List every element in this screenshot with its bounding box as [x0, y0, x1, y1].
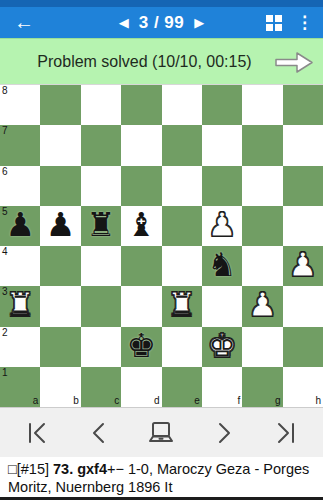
square-g2[interactable]	[242, 327, 282, 367]
square-c7[interactable]	[81, 125, 121, 165]
square-f7[interactable]	[202, 125, 242, 165]
square-h4[interactable]: ♟	[283, 246, 323, 286]
square-a7[interactable]: 7	[0, 125, 40, 165]
square-b1[interactable]: b	[40, 367, 80, 407]
black-knight-f4: ♞	[202, 245, 242, 285]
square-e8[interactable]	[162, 85, 202, 125]
square-g4[interactable]	[242, 246, 282, 286]
android-status-bar	[0, 0, 323, 7]
square-a8[interactable]: 8	[0, 85, 40, 125]
white-rook-a3: ♜	[0, 286, 40, 326]
black-pawn-a5: ♟	[0, 205, 40, 245]
square-g3[interactable]: ♟	[242, 286, 282, 326]
rank-label-6: 6	[2, 167, 8, 177]
file-label-c: c	[114, 396, 119, 406]
puzzle-counter: 3 / 99	[139, 13, 185, 33]
next-problem-arrow-icon[interactable]	[273, 50, 315, 79]
square-a6[interactable]: 6	[0, 166, 40, 206]
square-d1[interactable]: d	[121, 367, 161, 407]
square-a5[interactable]: 5♟	[0, 206, 40, 246]
puzzle-grid-icon[interactable]	[266, 15, 282, 31]
previous-puzzle-icon[interactable]: ◀	[119, 7, 129, 38]
rank-label-8: 8	[2, 86, 8, 96]
square-c4[interactable]	[81, 246, 121, 286]
square-e4[interactable]	[162, 246, 202, 286]
game-caption: □[#15]73. gxf4+−1-0, Maroczy Geza - Porg…	[0, 457, 323, 500]
square-d2[interactable]: ♚	[121, 327, 161, 367]
evaluation-symbol: +−	[107, 461, 124, 477]
square-f6[interactable]	[202, 166, 242, 206]
black-bishop-d5: ♝	[121, 205, 161, 245]
rank-label-7: 7	[2, 126, 8, 136]
square-d6[interactable]	[121, 166, 161, 206]
square-g5[interactable]	[242, 206, 282, 246]
rank-label-4: 4	[2, 247, 8, 257]
file-label-d: d	[154, 396, 160, 406]
square-d8[interactable]	[121, 85, 161, 125]
white-pawn-g3: ♟	[242, 286, 282, 326]
square-c3[interactable]	[81, 286, 121, 326]
square-f4[interactable]: ♞	[202, 246, 242, 286]
square-h7[interactable]	[283, 125, 323, 165]
white-king-f2: ♚	[202, 326, 242, 366]
next-puzzle-icon[interactable]: ▶	[194, 7, 204, 38]
go-to-start-button[interactable]	[20, 417, 54, 449]
rank-label-1: 1	[2, 368, 8, 378]
square-h8[interactable]	[283, 85, 323, 125]
square-h3[interactable]	[283, 286, 323, 326]
square-a3[interactable]: 3♜	[0, 286, 40, 326]
square-b3[interactable]	[40, 286, 80, 326]
square-a4[interactable]: 4	[0, 246, 40, 286]
go-to-end-button[interactable]	[269, 417, 303, 449]
black-pawn-b5: ♟	[40, 205, 80, 245]
file-label-a: a	[33, 396, 39, 406]
square-c1[interactable]: c	[81, 367, 121, 407]
file-label-f: f	[237, 396, 240, 406]
square-d5[interactable]: ♝	[121, 206, 161, 246]
square-e2[interactable]	[162, 327, 202, 367]
file-label-b: b	[73, 396, 79, 406]
overflow-menu-icon[interactable]: ⋮	[296, 15, 313, 31]
app-bar: ← ◀ 3 / 99 ▶ ⋮	[0, 7, 323, 38]
square-b5[interactable]: ♟	[40, 206, 80, 246]
back-arrow-icon[interactable]: ←	[0, 7, 48, 38]
chess-board: 8765♟♟♜♝♟4♞♟3♜♜♟2♚♚1abcdefgh	[0, 84, 323, 407]
side-to-move-symbol: □	[8, 461, 17, 477]
square-h5[interactable]	[283, 206, 323, 246]
app-bar-actions: ⋮	[266, 15, 323, 31]
square-b4[interactable]	[40, 246, 80, 286]
file-label-g: g	[275, 396, 281, 406]
solution-move: 73. gxf4	[53, 461, 107, 477]
square-b8[interactable]	[40, 85, 80, 125]
square-e6[interactable]	[162, 166, 202, 206]
square-f5[interactable]: ♟	[202, 206, 242, 246]
square-e7[interactable]	[162, 125, 202, 165]
step-forward-button[interactable]	[207, 417, 241, 449]
file-label-h: h	[315, 396, 321, 406]
square-c2[interactable]	[81, 327, 121, 367]
square-e1[interactable]: e	[162, 367, 202, 407]
square-d7[interactable]	[121, 125, 161, 165]
square-g7[interactable]	[242, 125, 282, 165]
white-rook-e3: ♜	[162, 286, 202, 326]
square-h1[interactable]: h	[283, 367, 323, 407]
square-g1[interactable]: g	[242, 367, 282, 407]
square-g6[interactable]	[242, 166, 282, 206]
square-f8[interactable]	[202, 85, 242, 125]
black-rook-c5: ♜	[81, 205, 121, 245]
square-d3[interactable]	[121, 286, 161, 326]
square-c6[interactable]	[81, 166, 121, 206]
square-e3[interactable]: ♜	[162, 286, 202, 326]
white-pawn-h4: ♟	[283, 245, 323, 285]
square-c8[interactable]	[81, 85, 121, 125]
status-banner: Problem solved (10/10, 00:15)	[0, 38, 323, 84]
status-banner-text: Problem solved (10/10, 00:15)	[37, 53, 251, 71]
square-h6[interactable]	[283, 166, 323, 206]
square-b7[interactable]	[40, 125, 80, 165]
square-h2[interactable]	[283, 327, 323, 367]
square-b6[interactable]	[40, 166, 80, 206]
square-g8[interactable]	[242, 85, 282, 125]
file-label-e: e	[194, 396, 200, 406]
square-f1[interactable]: f	[202, 367, 242, 407]
square-f2[interactable]: ♚	[202, 327, 242, 367]
rank-label-2: 2	[2, 328, 8, 338]
problem-ref: [#15]	[17, 461, 49, 477]
square-a1[interactable]: 1a	[0, 367, 40, 407]
square-b2[interactable]	[40, 327, 80, 367]
square-f3[interactable]	[202, 286, 242, 326]
square-a2[interactable]: 2	[0, 327, 40, 367]
square-e5[interactable]	[162, 206, 202, 246]
white-pawn-f5: ♟	[202, 205, 242, 245]
square-d4[interactable]	[121, 246, 161, 286]
move-nav-bar	[0, 407, 323, 457]
analysis-board-button[interactable]	[144, 417, 178, 449]
square-c5[interactable]: ♜	[81, 206, 121, 246]
black-king-d2: ♚	[121, 326, 161, 366]
app-screen: ← ◀ 3 / 99 ▶ ⋮ Problem solved (10/10, 00…	[0, 0, 323, 500]
step-back-button[interactable]	[82, 417, 116, 449]
